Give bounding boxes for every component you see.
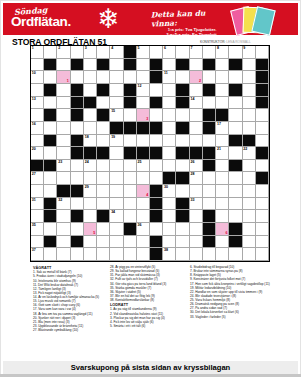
clue-number: 10	[32, 71, 36, 75]
grid-cell[interactable]	[124, 236, 137, 249]
grid-cell[interactable]	[137, 59, 150, 72]
grid-cell[interactable]	[84, 172, 97, 185]
grid-cell[interactable]	[256, 160, 269, 173]
snowflake-icon: ❄	[97, 3, 120, 35]
grid-cell[interactable]	[190, 84, 203, 97]
grid-cell[interactable]: 12	[137, 84, 150, 97]
grid-cell[interactable]	[229, 248, 242, 261]
keyword-cell[interactable]: 4	[137, 185, 150, 198]
grid-cell[interactable]: 13	[31, 97, 44, 110]
grid-cell[interactable]: 20	[31, 147, 44, 160]
lottery-ticket	[251, 6, 275, 36]
grid-cell[interactable]	[256, 248, 269, 261]
grid-cell[interactable]	[256, 223, 269, 236]
grid-cell[interactable]: 11	[163, 71, 176, 84]
clue-number: 18	[85, 135, 89, 139]
grid-cell[interactable]	[137, 71, 150, 84]
grid-cell[interactable]	[203, 97, 216, 110]
grid-cell[interactable]: 14	[190, 97, 203, 110]
grid-cell[interactable]	[110, 147, 123, 160]
grid-cell[interactable]	[203, 172, 216, 185]
grid-cell[interactable]	[110, 185, 123, 198]
grid-cell[interactable]	[190, 248, 203, 261]
black-cell	[203, 147, 216, 160]
grid-cell[interactable]	[176, 160, 189, 173]
grid-cell[interactable]	[163, 223, 176, 236]
grid-cell[interactable]: 8	[216, 46, 229, 59]
grid-cell[interactable]	[137, 97, 150, 110]
grid-cell[interactable]	[44, 147, 57, 160]
grid-cell[interactable]	[190, 236, 203, 249]
keyword-cell[interactable]: 5	[84, 223, 97, 236]
grid-cell[interactable]	[57, 236, 70, 249]
grid-cell[interactable]	[44, 223, 57, 236]
grid-cell[interactable]	[71, 198, 84, 211]
grid-cell[interactable]	[137, 172, 150, 185]
grid-cell[interactable]: 17	[216, 122, 229, 135]
clue-number: 5	[138, 46, 140, 50]
grid-cell[interactable]	[163, 59, 176, 72]
keyword-digit: 1	[67, 79, 69, 83]
grid-cell[interactable]	[203, 71, 216, 84]
grid-cell[interactable]	[137, 210, 150, 223]
grid-cell[interactable]: 7	[190, 46, 203, 59]
grid-cell[interactable]	[44, 172, 57, 185]
grid-cell[interactable]	[84, 84, 97, 97]
grid-cell[interactable]	[216, 185, 229, 198]
grid-cell[interactable]	[110, 248, 123, 261]
grid-cell[interactable]: 15	[110, 109, 123, 122]
constructor-name: LENA ROSWALL	[226, 40, 251, 44]
grid-cell[interactable]	[229, 185, 242, 198]
grid-cell[interactable]	[84, 71, 97, 84]
grid-cell[interactable]	[163, 109, 176, 122]
black-cell	[203, 59, 216, 72]
grid-cell[interactable]	[57, 223, 70, 236]
black-cell	[97, 84, 110, 97]
grid-cell[interactable]	[190, 59, 203, 72]
grid-cell[interactable]	[190, 223, 203, 236]
grid-cell[interactable]	[124, 135, 137, 148]
clue-number: 11	[164, 71, 168, 75]
grid-cell[interactable]	[44, 185, 57, 198]
black-cell	[203, 109, 216, 122]
grid-cell[interactable]	[97, 46, 110, 59]
grid-cell[interactable]	[190, 210, 203, 223]
grid-cell[interactable]	[229, 172, 242, 185]
grid-cell[interactable]	[163, 84, 176, 97]
grid-cell[interactable]	[97, 71, 110, 84]
grid-cell[interactable]	[229, 71, 242, 84]
grid-cell[interactable]: 31	[31, 198, 44, 211]
black-cell	[137, 122, 150, 135]
answer-coupon-note: Svarskupong på sista sidan av kryssbilag…	[3, 361, 298, 374]
black-cell	[84, 97, 97, 110]
grid-cell[interactable]	[97, 248, 110, 261]
grid-cell[interactable]: 10	[31, 71, 44, 84]
grid-cell[interactable]	[256, 236, 269, 249]
grid-cell[interactable]	[44, 97, 57, 110]
grid-cell[interactable]	[124, 248, 137, 261]
grid-cell[interactable]	[57, 248, 70, 261]
grid-cell[interactable]: 28	[190, 172, 203, 185]
grid-cell[interactable]	[71, 248, 84, 261]
clue-number: 2	[58, 46, 60, 50]
clue-number: 3	[85, 46, 87, 50]
grid-cell[interactable]	[150, 160, 163, 173]
grid-cell[interactable]	[216, 59, 229, 72]
top-banner: Söndag Ordflätan. ❄ Detta kan du vinna: …	[3, 3, 298, 35]
grid-cell[interactable]	[203, 135, 216, 148]
grid-cell[interactable]	[229, 109, 242, 122]
grid-cell[interactable]	[124, 71, 137, 84]
grid-cell[interactable]	[203, 185, 216, 198]
grid-cell[interactable]	[150, 46, 163, 59]
black-cell	[176, 97, 189, 110]
grid-cell[interactable]	[110, 198, 123, 211]
grid-cell[interactable]	[256, 109, 269, 122]
grid-cell[interactable]: 22	[243, 147, 256, 160]
grid-cell[interactable]	[124, 109, 137, 122]
grid-cell[interactable]	[31, 210, 44, 223]
grid-cell[interactable]: 35	[31, 223, 44, 236]
grid-cell[interactable]	[256, 122, 269, 135]
keyword-cell[interactable]: 1	[57, 71, 70, 84]
grid-cell[interactable]	[84, 122, 97, 135]
grid-cell[interactable]	[176, 46, 189, 59]
grid-cell[interactable]	[216, 248, 229, 261]
grid-cell[interactable]	[163, 135, 176, 148]
grid-cell[interactable]	[190, 109, 203, 122]
grid-cell[interactable]: 26	[190, 160, 203, 173]
clue-number: 36	[138, 223, 142, 227]
black-cell	[124, 59, 137, 72]
grid-cell[interactable]: 6	[163, 46, 176, 59]
grid-cell[interactable]	[176, 71, 189, 84]
grid-cell[interactable]	[110, 160, 123, 173]
black-cell	[203, 122, 216, 135]
grid-cell[interactable]	[124, 160, 137, 173]
grid-cell[interactable]: 4	[110, 46, 123, 59]
grid-cell[interactable]	[84, 236, 97, 249]
grid-cell[interactable]	[137, 135, 150, 148]
black-cell	[256, 172, 269, 185]
grid-cell[interactable]	[97, 198, 110, 211]
black-cell	[110, 122, 123, 135]
grid-cell[interactable]	[84, 210, 97, 223]
grid-cell[interactable]	[84, 59, 97, 72]
grid-cell[interactable]	[243, 97, 256, 110]
grid-cell[interactable]	[124, 198, 137, 211]
black-cell	[176, 84, 189, 97]
clue-number: 7	[190, 46, 192, 50]
grid-cell[interactable]	[150, 172, 163, 185]
grid-cell[interactable]: 32	[57, 198, 70, 211]
clue-column-2: 28. Är pigg på en vinterutflykt (5)29. S…	[110, 266, 186, 329]
black-cell	[44, 59, 57, 72]
grid-cell[interactable]	[163, 236, 176, 249]
grid-cell[interactable]	[243, 109, 256, 122]
grid-cell[interactable]	[243, 59, 256, 72]
grid-cell[interactable]	[31, 185, 44, 198]
grid-cell[interactable]	[44, 46, 57, 59]
grid-cell[interactable]	[57, 172, 70, 185]
grid-cell[interactable]: 36	[137, 223, 150, 236]
grid-cell[interactable]	[150, 84, 163, 97]
clue-number: 33	[190, 198, 194, 202]
black-cell	[216, 109, 229, 122]
grid-cell[interactable]	[110, 97, 123, 110]
grid-cell[interactable]	[110, 172, 123, 185]
grid-cell[interactable]: 38	[163, 248, 176, 261]
grid-cell[interactable]	[150, 223, 163, 236]
grid-cell[interactable]	[216, 236, 229, 249]
grid-cell[interactable]	[229, 198, 242, 211]
grid-cell[interactable]	[124, 185, 137, 198]
grid-cell[interactable]: 2	[57, 46, 70, 59]
grid-cell[interactable]	[176, 248, 189, 261]
grid-cell[interactable]: 19	[110, 135, 123, 148]
grid-cell[interactable]	[243, 198, 256, 211]
grid-cell[interactable]	[31, 135, 44, 148]
grid-cell[interactable]	[97, 135, 110, 148]
grid-cell[interactable]	[163, 122, 176, 135]
grid-cell[interactable]	[97, 160, 110, 173]
grid-cell[interactable]	[137, 236, 150, 249]
black-cell	[203, 236, 216, 249]
clue-number: 22	[243, 147, 247, 151]
black-cell	[203, 223, 216, 236]
keyword-cell[interactable]: 2	[190, 71, 203, 84]
grid-cell[interactable]	[71, 223, 84, 236]
grid-cell[interactable]	[57, 210, 70, 223]
grid-cell[interactable]	[84, 109, 97, 122]
grid-cell[interactable]	[150, 135, 163, 148]
keyword-digit: 6	[226, 231, 228, 235]
grid-cell[interactable]: 33	[190, 198, 203, 211]
clue-item: 27. Blästrande cymbalklang (10)	[33, 329, 105, 333]
grid-cell[interactable]	[229, 147, 242, 160]
clue-section: VÅGRÄTT1. Sak av metall till bänk (7)5. …	[33, 266, 273, 360]
grid-cell[interactable]	[216, 172, 229, 185]
black-cell	[150, 198, 163, 211]
black-cell	[97, 210, 110, 223]
constructor-credit: KONSTRUKTÖR: LENA ROSWALL	[200, 40, 295, 44]
grid-cell[interactable]	[110, 223, 123, 236]
grid-cell[interactable]	[97, 97, 110, 110]
black-cell	[190, 147, 203, 160]
black-cell	[150, 122, 163, 135]
grid-cell[interactable]	[243, 248, 256, 261]
grid-cell[interactable]	[31, 236, 44, 249]
grid-cell[interactable]	[163, 210, 176, 223]
grid-cell[interactable]	[243, 185, 256, 198]
black-cell	[71, 59, 84, 72]
black-cell	[229, 160, 242, 173]
grid-cell[interactable]	[216, 210, 229, 223]
black-cell	[176, 59, 189, 72]
grid-cell[interactable]: 5	[137, 46, 150, 59]
grid-cell[interactable]	[31, 109, 44, 122]
prize-line-2: 2:a–5:e pris: En Tjugolott.	[151, 32, 233, 37]
black-cell	[150, 147, 163, 160]
grid-cell[interactable]	[110, 236, 123, 249]
black-cell	[163, 172, 176, 185]
grid-cell[interactable]	[71, 172, 84, 185]
prize-info: Detta kan du vinna: 1:a pris: Två Tjugol…	[151, 9, 233, 38]
prize-title: Detta kan du vinna:	[151, 8, 234, 29]
grid-cell[interactable]	[256, 198, 269, 211]
grid-cell[interactable]	[31, 84, 44, 97]
grid-cell[interactable]: 1	[31, 46, 44, 59]
black-cell	[229, 84, 242, 97]
black-cell	[124, 97, 137, 110]
black-cell	[44, 198, 57, 211]
grid-cell[interactable]: 34	[110, 210, 123, 223]
black-cell	[256, 84, 269, 97]
keyword-cell[interactable]: 6	[216, 223, 229, 236]
clue-number: 20	[32, 147, 36, 151]
grid-cell[interactable]	[137, 198, 150, 211]
grid-cell[interactable]	[216, 97, 229, 110]
grid-cell[interactable]: 21	[216, 147, 229, 160]
grid-cell[interactable]	[243, 84, 256, 97]
clue-number: 9	[243, 46, 245, 50]
grid-cell[interactable]	[216, 135, 229, 148]
grid-cell[interactable]	[176, 135, 189, 148]
grid-cell[interactable]	[256, 135, 269, 148]
grid-cell[interactable]	[256, 210, 269, 223]
grid-cell[interactable]	[97, 185, 110, 198]
grid-cell[interactable]: 3	[84, 46, 97, 59]
grid-cell[interactable]	[216, 71, 229, 84]
grid-cell[interactable]	[216, 84, 229, 97]
grid-cell[interactable]: 30	[163, 185, 176, 198]
grid-cell[interactable]	[176, 185, 189, 198]
grid-cell[interactable]	[57, 84, 70, 97]
grid-cell[interactable]	[229, 210, 242, 223]
grid-cell[interactable]	[97, 122, 110, 135]
keyword-cell[interactable]: 3	[137, 109, 150, 122]
grid-cell[interactable]: 16	[31, 122, 44, 135]
grid-cell[interactable]	[110, 84, 123, 97]
grid-cell[interactable]	[71, 160, 84, 173]
grid-cell[interactable]	[44, 248, 57, 261]
grid-cell[interactable]: 23	[57, 160, 70, 173]
black-cell	[229, 135, 242, 148]
grid-cell[interactable]	[57, 109, 70, 122]
grid-cell[interactable]	[31, 59, 44, 72]
grid-cell[interactable]	[57, 59, 70, 72]
black-cell	[150, 248, 163, 261]
grid-cell[interactable]	[110, 59, 123, 72]
grid-cell[interactable]	[71, 71, 84, 84]
grid-cell[interactable]	[203, 46, 216, 59]
grid-cell[interactable]	[150, 109, 163, 122]
grid-cell[interactable]	[229, 97, 242, 110]
grid-cell[interactable]	[216, 160, 229, 173]
grid-cell[interactable]: 24	[84, 160, 97, 173]
grid-cell[interactable]	[137, 248, 150, 261]
grid-cell[interactable]: 18	[84, 135, 97, 148]
grid-cell[interactable]	[124, 210, 137, 223]
grid-cell[interactable]	[163, 97, 176, 110]
grid-cell[interactable]	[57, 97, 70, 110]
grid-cell[interactable]	[110, 71, 123, 84]
grid-cell[interactable]	[163, 198, 176, 211]
grid-cell[interactable]	[57, 135, 70, 148]
grid-cell[interactable]	[256, 46, 269, 59]
grid-cell[interactable]: 9	[243, 46, 256, 59]
grid-cell[interactable]	[243, 210, 256, 223]
grid-cell[interactable]	[190, 122, 203, 135]
grid-cell[interactable]	[203, 198, 216, 211]
black-cell	[124, 223, 137, 236]
clue-number: 8	[217, 46, 219, 50]
grid-cell[interactable]: 25	[137, 160, 150, 173]
grid-cell[interactable]	[216, 198, 229, 211]
grid-cell[interactable]	[229, 46, 242, 59]
grid-cell[interactable]	[57, 122, 70, 135]
clue-column-3: 6. Studiebidrag till begåvad (10)7. Bruk…	[190, 266, 272, 320]
clue-number: 13	[32, 97, 36, 101]
grid-cell[interactable]	[97, 236, 110, 249]
grid-cell[interactable]	[97, 223, 110, 236]
grid-cell[interactable]	[256, 185, 269, 198]
black-cell	[124, 147, 137, 160]
grid-cell[interactable]	[243, 71, 256, 84]
black-cell	[44, 160, 57, 173]
clue-number: 37	[32, 248, 36, 252]
grid-cell[interactable]: 37	[31, 248, 44, 261]
grid-cell[interactable]	[44, 71, 57, 84]
grid-cell[interactable]	[176, 109, 189, 122]
black-cell	[71, 236, 84, 249]
grid-cell[interactable]	[190, 135, 203, 148]
grid-cell[interactable]	[243, 160, 256, 173]
clue-number: 28	[190, 172, 194, 176]
grid-cell[interactable]: 29	[84, 185, 97, 198]
grid-cell[interactable]	[229, 122, 242, 135]
grid-cell[interactable]	[176, 223, 189, 236]
grid-cell[interactable]	[84, 198, 97, 211]
grid-cell[interactable]	[71, 122, 84, 135]
grid-cell[interactable]	[71, 46, 84, 59]
grid-cell[interactable]	[243, 122, 256, 135]
grid-cell[interactable]	[243, 172, 256, 185]
clue-number: 15	[111, 109, 115, 113]
black-cell	[176, 147, 189, 160]
grid-cell[interactable]	[44, 122, 57, 135]
grid-cell[interactable]	[57, 147, 70, 160]
grid-cell[interactable]	[97, 172, 110, 185]
grid-cell[interactable]	[124, 172, 137, 185]
grid-cell[interactable]	[190, 185, 203, 198]
black-cell	[124, 84, 137, 97]
clue-number: 4	[111, 46, 113, 50]
grid-cell[interactable]	[163, 147, 176, 160]
grid-cell[interactable]	[163, 160, 176, 173]
clue-number: 12	[138, 84, 142, 88]
grid-cell[interactable]	[243, 236, 256, 249]
grid-cell[interactable]	[243, 223, 256, 236]
clue-item: 5. Smärta i ett i ett tält (6)	[110, 325, 186, 329]
grid-cell[interactable]	[176, 236, 189, 249]
grid-cell[interactable]	[84, 248, 97, 261]
black-cell	[256, 147, 269, 160]
grid-cell[interactable]: 27	[31, 172, 44, 185]
grid-cell[interactable]	[203, 248, 216, 261]
